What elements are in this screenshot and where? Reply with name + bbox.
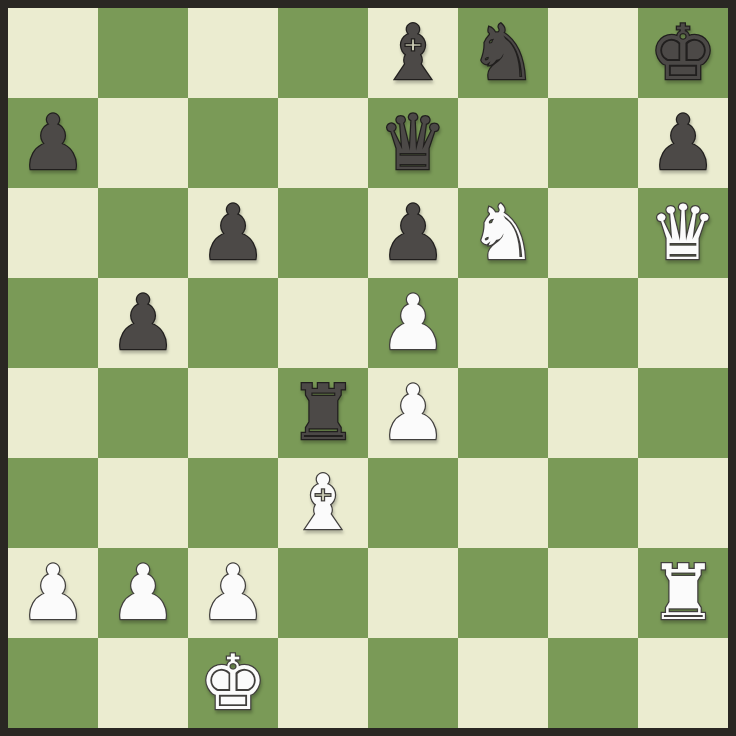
square-g1[interactable]: [548, 638, 638, 728]
square-c4[interactable]: [188, 368, 278, 458]
square-d7[interactable]: [278, 98, 368, 188]
square-d5[interactable]: [278, 278, 368, 368]
square-e8[interactable]: ♝: [368, 8, 458, 98]
square-h8[interactable]: ♚: [638, 8, 728, 98]
square-d1[interactable]: [278, 638, 368, 728]
square-a5[interactable]: [8, 278, 98, 368]
square-a2[interactable]: ♟: [8, 548, 98, 638]
square-c5[interactable]: [188, 278, 278, 368]
square-b4[interactable]: [98, 368, 188, 458]
square-f1[interactable]: [458, 638, 548, 728]
black-pawn-piece[interactable]: ♟: [379, 188, 447, 278]
square-d2[interactable]: [278, 548, 368, 638]
square-c8[interactable]: [188, 8, 278, 98]
square-a4[interactable]: [8, 368, 98, 458]
square-h3[interactable]: [638, 458, 728, 548]
square-a1[interactable]: [8, 638, 98, 728]
square-e5[interactable]: ♟: [368, 278, 458, 368]
square-f2[interactable]: [458, 548, 548, 638]
square-h2[interactable]: ♜: [638, 548, 728, 638]
white-pawn-piece[interactable]: ♟: [19, 548, 87, 638]
square-b8[interactable]: [98, 8, 188, 98]
black-pawn-piece[interactable]: ♟: [109, 278, 177, 368]
black-pawn-piece[interactable]: ♟: [649, 98, 717, 188]
black-queen-piece[interactable]: ♛: [379, 98, 447, 188]
white-rook-piece[interactable]: ♜: [649, 548, 717, 638]
square-h4[interactable]: [638, 368, 728, 458]
white-pawn-piece[interactable]: ♟: [199, 548, 267, 638]
square-h7[interactable]: ♟: [638, 98, 728, 188]
square-e6[interactable]: ♟: [368, 188, 458, 278]
square-g6[interactable]: [548, 188, 638, 278]
black-bishop-piece[interactable]: ♝: [379, 8, 447, 98]
black-knight-piece[interactable]: ♞: [469, 8, 537, 98]
square-f6[interactable]: ♞: [458, 188, 548, 278]
square-f3[interactable]: [458, 458, 548, 548]
square-b7[interactable]: [98, 98, 188, 188]
chess-board[interactable]: ♝♞♚♟♛♟♟♟♞♛♟♟♜♟♝♟♟♟♜♚: [8, 8, 728, 728]
square-c2[interactable]: ♟: [188, 548, 278, 638]
white-king-piece[interactable]: ♚: [199, 638, 267, 728]
square-h6[interactable]: ♛: [638, 188, 728, 278]
square-e2[interactable]: [368, 548, 458, 638]
square-c6[interactable]: ♟: [188, 188, 278, 278]
square-a8[interactable]: [8, 8, 98, 98]
square-e3[interactable]: [368, 458, 458, 548]
square-d8[interactable]: [278, 8, 368, 98]
square-g4[interactable]: [548, 368, 638, 458]
square-g5[interactable]: [548, 278, 638, 368]
square-b6[interactable]: [98, 188, 188, 278]
square-f8[interactable]: ♞: [458, 8, 548, 98]
square-f4[interactable]: [458, 368, 548, 458]
white-bishop-piece[interactable]: ♝: [289, 458, 357, 548]
square-g7[interactable]: [548, 98, 638, 188]
square-b3[interactable]: [98, 458, 188, 548]
square-c1[interactable]: ♚: [188, 638, 278, 728]
board-frame: ♝♞♚♟♛♟♟♟♞♛♟♟♜♟♝♟♟♟♜♚: [0, 0, 736, 736]
square-a3[interactable]: [8, 458, 98, 548]
white-knight-piece[interactable]: ♞: [469, 188, 537, 278]
square-g2[interactable]: [548, 548, 638, 638]
white-pawn-piece[interactable]: ♟: [109, 548, 177, 638]
square-c7[interactable]: [188, 98, 278, 188]
square-b5[interactable]: ♟: [98, 278, 188, 368]
square-d3[interactable]: ♝: [278, 458, 368, 548]
square-b1[interactable]: [98, 638, 188, 728]
square-h5[interactable]: [638, 278, 728, 368]
square-b2[interactable]: ♟: [98, 548, 188, 638]
square-e7[interactable]: ♛: [368, 98, 458, 188]
square-g8[interactable]: [548, 8, 638, 98]
square-f5[interactable]: [458, 278, 548, 368]
square-d6[interactable]: [278, 188, 368, 278]
white-pawn-piece[interactable]: ♟: [379, 278, 447, 368]
square-f7[interactable]: [458, 98, 548, 188]
black-rook-piece[interactable]: ♜: [289, 368, 357, 458]
black-king-piece[interactable]: ♚: [649, 8, 717, 98]
square-c3[interactable]: [188, 458, 278, 548]
black-pawn-piece[interactable]: ♟: [199, 188, 267, 278]
square-g3[interactable]: [548, 458, 638, 548]
square-d4[interactable]: ♜: [278, 368, 368, 458]
black-pawn-piece[interactable]: ♟: [19, 98, 87, 188]
square-e1[interactable]: [368, 638, 458, 728]
white-queen-piece[interactable]: ♛: [649, 188, 717, 278]
square-e4[interactable]: ♟: [368, 368, 458, 458]
white-pawn-piece[interactable]: ♟: [379, 368, 447, 458]
square-h1[interactable]: [638, 638, 728, 728]
square-a6[interactable]: [8, 188, 98, 278]
square-a7[interactable]: ♟: [8, 98, 98, 188]
